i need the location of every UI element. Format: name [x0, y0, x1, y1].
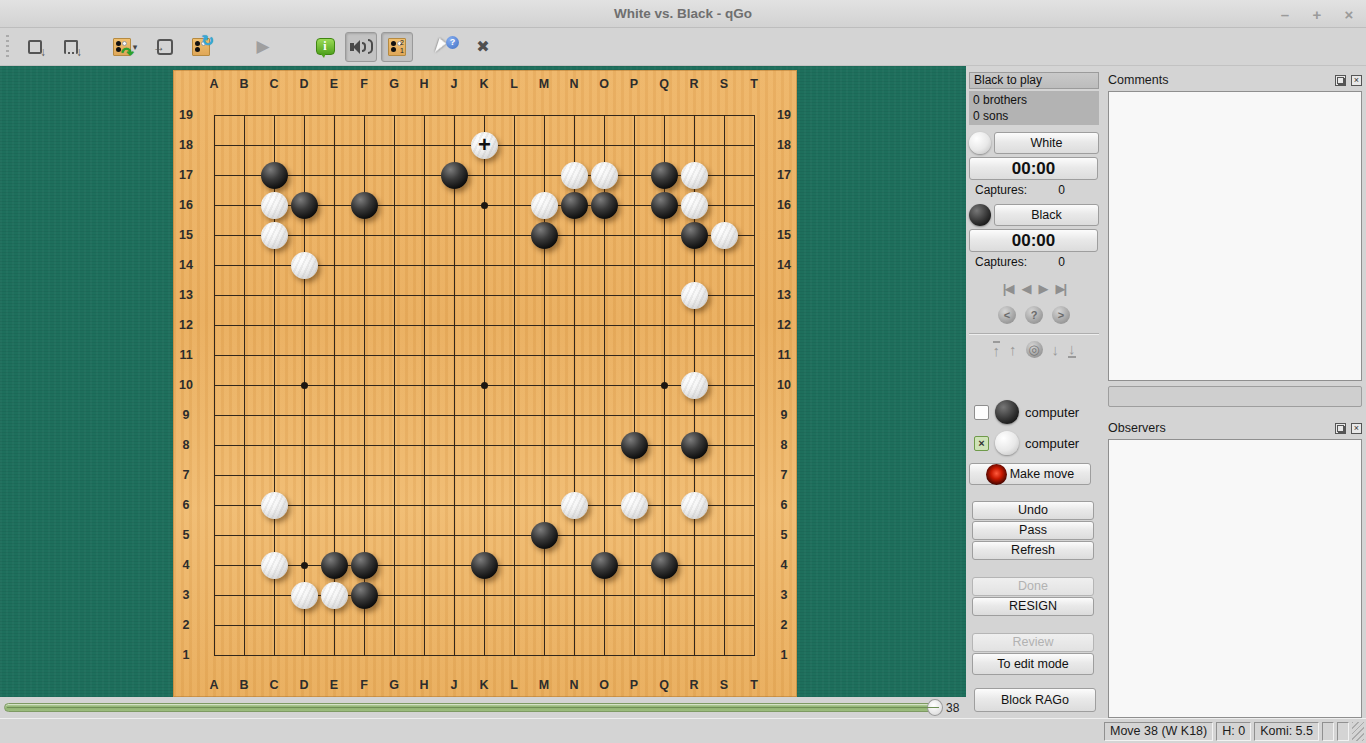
- comments-dock-title: Comments ×: [1108, 72, 1362, 88]
- white-stone-s15: [711, 222, 738, 249]
- black-stone-c17: [261, 162, 288, 189]
- last-move-marker: +: [478, 134, 491, 156]
- black-stone-r8: [681, 432, 708, 459]
- save-game-icon: ↓: [28, 40, 42, 54]
- block-rago-button[interactable]: Block RAGo: [974, 688, 1096, 712]
- white-stone-m16: [531, 192, 558, 219]
- black-stone-m15: [531, 222, 558, 249]
- hoshi-point: [301, 562, 308, 569]
- white-player-row: White: [969, 132, 1099, 154]
- move-slider-value: 38: [946, 701, 959, 715]
- undo-button[interactable]: Undo: [972, 501, 1094, 520]
- game-info-button[interactable]: i: [309, 32, 341, 62]
- board-background: ABCDEFGHJKLMNOPQRST ABCDEFGHJKLMNOPQRST …: [0, 66, 966, 697]
- down-branch-button[interactable]: ↓: [1052, 342, 1060, 357]
- toolbar-drag-handle[interactable]: [6, 35, 9, 59]
- make-move-button[interactable]: Make move: [969, 463, 1091, 485]
- status-handicap: H: 0: [1216, 722, 1251, 741]
- white-stone-p6: [621, 492, 648, 519]
- dock-area: Comments × Observers ×: [1104, 66, 1366, 718]
- close-game-button[interactable]: ✖: [467, 32, 499, 62]
- white-captures-label: Captures:: [975, 183, 1027, 197]
- observers-close-icon[interactable]: ×: [1351, 423, 1362, 434]
- black-stone-m5: [531, 522, 558, 549]
- status-empty-cell: [1322, 722, 1334, 741]
- black-stone-p8: [621, 432, 648, 459]
- save-game-button[interactable]: ↓: [19, 32, 51, 62]
- white-captures-value: 0: [1058, 183, 1065, 197]
- title-bar[interactable]: White vs. Black - qGo – + ×: [0, 0, 1366, 28]
- pass-button[interactable]: Pass: [972, 521, 1094, 540]
- white-stone-n17: [561, 162, 588, 189]
- black-stone-q4: [651, 552, 678, 579]
- toolbar: ↓ ↓ ↷ ▾ → ↻ ▶ i: [0, 28, 1366, 66]
- resize-grip[interactable]: [1352, 722, 1364, 741]
- coordinates-toggle-button[interactable]: 21: [381, 32, 413, 62]
- white-stone-icon: [969, 132, 991, 154]
- computer-black-label: computer: [1025, 405, 1079, 420]
- white-stone-r10: [681, 372, 708, 399]
- whats-this-icon: ?: [435, 36, 459, 58]
- black-captures-row: Captures: 0: [969, 255, 1099, 269]
- comment-input[interactable]: [1108, 386, 1362, 407]
- status-move: Move 38 (W K18): [1104, 722, 1213, 741]
- last-move-button[interactable]: ▶|: [1056, 281, 1066, 296]
- white-stone-o17: [591, 162, 618, 189]
- coordinates-icon: 21: [388, 38, 406, 56]
- black-stone-f16: [351, 192, 378, 219]
- turn-indicator: Black to play: [969, 72, 1099, 89]
- comments-title-text: Comments: [1108, 73, 1168, 87]
- resign-button[interactable]: RESIGN: [972, 597, 1094, 616]
- black-stone-f4: [351, 552, 378, 579]
- move-nav-row: |◀ ◀ ▶ ▶|: [969, 281, 1099, 296]
- join-icon: →: [157, 39, 173, 55]
- observers-float-icon[interactable]: [1335, 423, 1346, 434]
- white-stone-r16: [681, 192, 708, 219]
- black-clock[interactable]: 00:00: [969, 229, 1098, 252]
- done-button[interactable]: Done: [972, 577, 1094, 596]
- sons-count: 0 sons: [973, 108, 1095, 124]
- column-labels-bottom: ABCDEFGHJKLMNOPQRST: [199, 678, 770, 694]
- info-icon: i: [316, 38, 335, 55]
- black-stone-icon: [969, 204, 991, 226]
- make-move-label: Make move: [1010, 467, 1075, 481]
- variation-help-button[interactable]: ?: [1025, 306, 1043, 324]
- open-game-button[interactable]: ↷ ▾: [105, 32, 145, 62]
- white-stone-n6: [561, 492, 588, 519]
- last-branch-button[interactable]: ↓: [1068, 341, 1076, 358]
- white-stone-r13: [681, 282, 708, 309]
- maximize-button[interactable]: +: [1308, 6, 1326, 23]
- variation-info: 0 brothers 0 sons: [969, 91, 1099, 125]
- board-grid[interactable]: +: [214, 115, 755, 656]
- status-bar: Move 38 (W K18) H: 0 Komi: 5.5: [0, 718, 1366, 743]
- black-stone-r15: [681, 222, 708, 249]
- white-captures-row: Captures: 0: [969, 183, 1099, 197]
- black-stone-q17: [651, 162, 678, 189]
- first-move-button[interactable]: |◀: [1003, 281, 1013, 296]
- next-move-button[interactable]: ▶: [1039, 281, 1047, 296]
- white-stone-c15: [261, 222, 288, 249]
- observers-title-text: Observers: [1108, 421, 1166, 435]
- speaker-icon: [350, 39, 373, 54]
- game-control-panel: Black to play 0 brothers 0 sons White 00…: [966, 66, 1104, 718]
- white-clock[interactable]: 00:00: [969, 157, 1098, 180]
- qgo-window: White vs. Black - qGo – + × ↓ ↓ ↷ ▾ →: [0, 0, 1366, 743]
- black-captures-label: Captures:: [975, 255, 1027, 269]
- variation-nav-row: < ? >: [969, 306, 1099, 324]
- goban[interactable]: ABCDEFGHJKLMNOPQRST ABCDEFGHJKLMNOPQRST …: [173, 70, 797, 697]
- black-player-button[interactable]: Black: [994, 204, 1099, 226]
- refresh-button[interactable]: Refresh: [972, 541, 1094, 560]
- save-game-as-button[interactable]: ↓: [55, 32, 87, 62]
- refresh-game-button[interactable]: ↻: [185, 32, 217, 62]
- white-stone-d3: [291, 582, 318, 609]
- hoshi-point: [661, 382, 668, 389]
- hoshi-point: [481, 202, 488, 209]
- white-sphere-icon: [995, 431, 1019, 455]
- black-player-row: Black: [969, 204, 1099, 226]
- comments-text-area[interactable]: [1108, 91, 1362, 381]
- black-stone-f3: [351, 582, 378, 609]
- black-captures-value: 0: [1058, 255, 1065, 269]
- play-icon: ▶: [256, 36, 269, 57]
- white-stone-d14: [291, 252, 318, 279]
- close-game-icon: ✖: [476, 37, 489, 56]
- sound-toggle-button[interactable]: [345, 32, 377, 62]
- brothers-count: 0 brothers: [973, 92, 1095, 108]
- black-stone-o16: [591, 192, 618, 219]
- white-stone-r6: [681, 492, 708, 519]
- row-labels-right: 19181716151413121110987654321: [772, 100, 796, 671]
- white-stone-c6: [261, 492, 288, 519]
- review-button[interactable]: Review: [972, 633, 1094, 652]
- observers-list[interactable]: [1108, 439, 1362, 718]
- black-stone-n16: [561, 192, 588, 219]
- black-stone-o4: [591, 552, 618, 579]
- refresh-board-icon: ↻: [192, 38, 210, 56]
- minimize-button[interactable]: –: [1276, 6, 1294, 23]
- window-title: White vs. Black - qGo: [614, 6, 752, 21]
- hoshi-point: [481, 382, 488, 389]
- white-stone-c4: [261, 552, 288, 579]
- black-stone-d16: [291, 192, 318, 219]
- black-stone-e4: [321, 552, 348, 579]
- branch-nav-row: ↑ ↑ ◎ ↓ ↓: [969, 341, 1099, 358]
- play-button[interactable]: ▶: [247, 32, 279, 62]
- red-eye-icon: [986, 464, 1007, 485]
- computer-white-label: computer: [1025, 436, 1079, 451]
- white-stone-k18: +: [471, 132, 498, 159]
- row-labels-left: 19181716151413121110987654321: [174, 100, 198, 671]
- whats-this-button[interactable]: ?: [431, 32, 463, 62]
- first-branch-button[interactable]: ↑: [993, 341, 1001, 358]
- white-stone-e3: [321, 582, 348, 609]
- white-stone-c16: [261, 192, 288, 219]
- observers-dock-title: Observers ×: [1108, 420, 1362, 436]
- computer-black-checkbox[interactable]: [974, 405, 989, 420]
- comments-close-icon[interactable]: ×: [1351, 75, 1362, 86]
- join-game-button[interactable]: →: [149, 32, 181, 62]
- next-variation-button[interactable]: >: [1052, 306, 1070, 324]
- column-labels-top: ABCDEFGHJKLMNOPQRST: [199, 77, 770, 93]
- black-stone-j17: [441, 162, 468, 189]
- computer-black-row: computer: [969, 400, 1099, 424]
- black-sphere-icon: [995, 400, 1019, 424]
- up-branch-button[interactable]: ↑: [1009, 342, 1017, 357]
- white-stone-r17: [681, 162, 708, 189]
- panel-divider: [969, 333, 1099, 335]
- main-branch-button[interactable]: ◎: [1026, 341, 1043, 358]
- white-player-button[interactable]: White: [994, 132, 1099, 154]
- edit-mode-button[interactable]: To edit mode: [972, 653, 1094, 675]
- status-empty-cell: [1337, 722, 1349, 741]
- computer-white-checkbox[interactable]: ×: [974, 436, 989, 451]
- computer-white-row: × computer: [969, 431, 1099, 455]
- status-komi: Komi: 5.5: [1254, 722, 1319, 741]
- close-button[interactable]: ×: [1340, 6, 1358, 23]
- prev-variation-button[interactable]: <: [998, 306, 1016, 324]
- save-as-icon: ↓: [64, 40, 78, 54]
- move-slider-row: 38: [0, 697, 966, 718]
- open-game-icon: ↷: [113, 38, 131, 56]
- black-stone-k4: [471, 552, 498, 579]
- hoshi-point: [301, 382, 308, 389]
- prev-move-button[interactable]: ◀: [1022, 281, 1030, 296]
- comments-float-icon[interactable]: [1335, 75, 1346, 86]
- move-slider[interactable]: [4, 703, 942, 712]
- black-stone-q16: [651, 192, 678, 219]
- move-slider-thumb[interactable]: [927, 699, 943, 716]
